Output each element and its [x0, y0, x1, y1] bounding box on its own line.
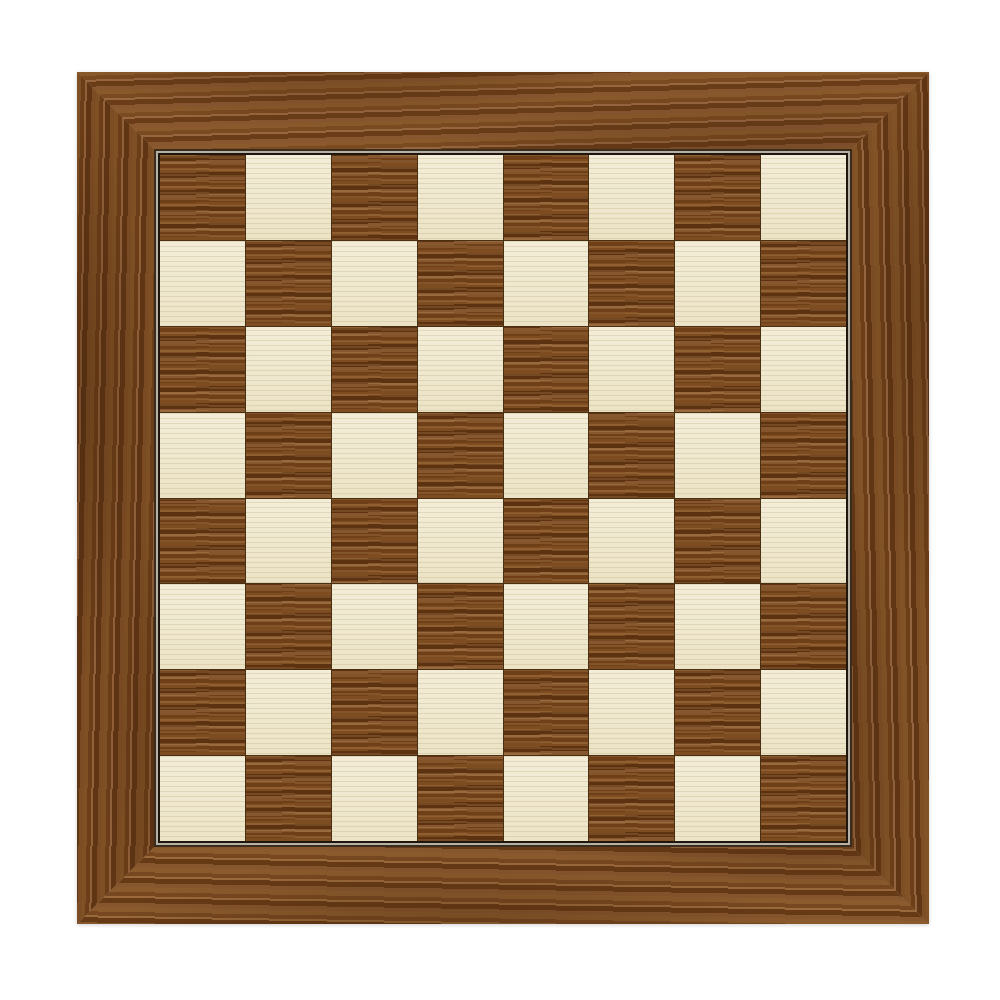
square-r7c1[interactable]: [160, 670, 245, 755]
square-r1c7[interactable]: [675, 155, 760, 240]
square-r8c4[interactable]: [418, 756, 503, 841]
board-frame-bottom: [77, 841, 929, 924]
square-r5c5[interactable]: [504, 499, 589, 584]
square-r5c3[interactable]: [332, 499, 417, 584]
square-r1c5[interactable]: [504, 155, 589, 240]
square-r8c5[interactable]: [504, 756, 589, 841]
square-r3c2[interactable]: [246, 327, 331, 412]
square-r1c4[interactable]: [418, 155, 503, 240]
square-r2c7[interactable]: [675, 241, 760, 326]
square-r3c3[interactable]: [332, 327, 417, 412]
square-r1c6[interactable]: [589, 155, 674, 240]
square-r8c6[interactable]: [589, 756, 674, 841]
chess-board: [77, 72, 929, 924]
square-r6c4[interactable]: [418, 584, 503, 669]
square-r5c6[interactable]: [589, 499, 674, 584]
square-r7c6[interactable]: [589, 670, 674, 755]
square-r1c2[interactable]: [246, 155, 331, 240]
square-r7c7[interactable]: [675, 670, 760, 755]
square-r1c8[interactable]: [761, 155, 846, 240]
square-r7c5[interactable]: [504, 670, 589, 755]
square-r2c8[interactable]: [761, 241, 846, 326]
square-r2c6[interactable]: [589, 241, 674, 326]
square-r5c1[interactable]: [160, 499, 245, 584]
square-r8c7[interactable]: [675, 756, 760, 841]
square-r6c3[interactable]: [332, 584, 417, 669]
square-r2c3[interactable]: [332, 241, 417, 326]
square-r3c1[interactable]: [160, 327, 245, 412]
square-r3c6[interactable]: [589, 327, 674, 412]
board-frame-top: [77, 72, 929, 155]
square-r5c4[interactable]: [418, 499, 503, 584]
square-r2c1[interactable]: [160, 241, 245, 326]
square-r8c1[interactable]: [160, 756, 245, 841]
square-r3c8[interactable]: [761, 327, 846, 412]
square-r4c1[interactable]: [160, 413, 245, 498]
board-frame-right: [846, 72, 929, 924]
square-r4c6[interactable]: [589, 413, 674, 498]
square-r4c2[interactable]: [246, 413, 331, 498]
square-r4c3[interactable]: [332, 413, 417, 498]
square-r4c4[interactable]: [418, 413, 503, 498]
square-r4c7[interactable]: [675, 413, 760, 498]
square-r7c2[interactable]: [246, 670, 331, 755]
square-r3c7[interactable]: [675, 327, 760, 412]
square-r7c4[interactable]: [418, 670, 503, 755]
square-r6c5[interactable]: [504, 584, 589, 669]
square-r2c5[interactable]: [504, 241, 589, 326]
square-r3c5[interactable]: [504, 327, 589, 412]
square-r4c5[interactable]: [504, 413, 589, 498]
square-r6c2[interactable]: [246, 584, 331, 669]
square-r7c8[interactable]: [761, 670, 846, 755]
playing-field: [160, 155, 846, 841]
square-r5c7[interactable]: [675, 499, 760, 584]
square-r2c2[interactable]: [246, 241, 331, 326]
square-r1c1[interactable]: [160, 155, 245, 240]
square-r5c8[interactable]: [761, 499, 846, 584]
square-r1c3[interactable]: [332, 155, 417, 240]
square-r6c1[interactable]: [160, 584, 245, 669]
square-r8c2[interactable]: [246, 756, 331, 841]
square-r8c3[interactable]: [332, 756, 417, 841]
square-r2c4[interactable]: [418, 241, 503, 326]
square-r6c8[interactable]: [761, 584, 846, 669]
board-frame-left: [77, 72, 160, 924]
square-r5c2[interactable]: [246, 499, 331, 584]
square-r6c7[interactable]: [675, 584, 760, 669]
square-r4c8[interactable]: [761, 413, 846, 498]
square-r7c3[interactable]: [332, 670, 417, 755]
square-r3c4[interactable]: [418, 327, 503, 412]
square-r6c6[interactable]: [589, 584, 674, 669]
square-r8c8[interactable]: [761, 756, 846, 841]
